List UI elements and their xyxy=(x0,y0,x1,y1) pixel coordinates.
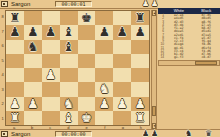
scroll-up-icon[interactable]: ▲ xyxy=(152,10,156,16)
square-h2[interactable]: ♟ xyxy=(131,97,149,111)
square-f8[interactable] xyxy=(95,11,113,25)
captured-black-pawn-icon: ♟ xyxy=(151,129,158,137)
square-d6[interactable]: ♝ xyxy=(60,40,78,54)
black-knight-b6[interactable]: ♞ xyxy=(24,40,42,54)
square-g7[interactable]: ♟ xyxy=(113,25,131,39)
mini-board-icon xyxy=(1,1,8,7)
square-a7[interactable]: ♟ xyxy=(6,25,24,39)
square-b4[interactable] xyxy=(24,68,42,82)
square-f6[interactable] xyxy=(95,40,113,54)
square-f7[interactable]: ♟ xyxy=(95,25,113,39)
square-e5[interactable] xyxy=(78,54,96,68)
square-h8[interactable]: ♜ xyxy=(131,11,149,25)
captured-black-pawn-icon: ♟ xyxy=(142,129,149,137)
square-c4[interactable]: ♟ xyxy=(42,68,60,82)
move-list-rows: 1e2-e4d7-d52e4xd5d8xd53d2-d3g8-f64d3-d4e… xyxy=(158,14,220,60)
black-pawn-c7[interactable]: ♟ xyxy=(42,25,60,39)
black-pawn-b7[interactable]: ♟ xyxy=(24,25,42,39)
square-f3[interactable]: ♞ xyxy=(95,82,113,96)
black-pawn-g7[interactable]: ♟ xyxy=(113,25,131,39)
square-g6[interactable] xyxy=(113,40,131,54)
white-king-e1[interactable]: ♚ xyxy=(78,111,96,125)
square-g4[interactable] xyxy=(113,68,131,82)
white-rook-a1[interactable]: ♜ xyxy=(6,111,24,125)
square-g1[interactable] xyxy=(113,111,131,125)
bottom-player-name: Sargon xyxy=(11,130,30,137)
scrollbar-thumb[interactable] xyxy=(152,106,156,116)
square-d4[interactable] xyxy=(60,68,78,82)
square-f2[interactable]: ♟ xyxy=(95,97,113,111)
square-a4[interactable] xyxy=(6,68,24,82)
captured-black-knight-icon: ♞ xyxy=(185,129,192,137)
top-player-clock: 00:00:01 xyxy=(55,1,92,7)
square-a1[interactable]: ♜ xyxy=(6,111,24,125)
white-knight-d2[interactable]: ♞ xyxy=(60,97,78,111)
square-e7[interactable] xyxy=(78,25,96,39)
white-pawn-b2[interactable]: ♟ xyxy=(24,97,42,111)
square-b5[interactable] xyxy=(24,54,42,68)
square-a2[interactable]: ♟ xyxy=(6,97,24,111)
captured-white-pawn-icon: ♟ xyxy=(142,0,149,9)
square-b6[interactable]: ♞ xyxy=(24,40,42,54)
square-e6[interactable] xyxy=(78,40,96,54)
square-b7[interactable]: ♟ xyxy=(24,25,42,39)
white-knight-f3[interactable]: ♞ xyxy=(95,82,113,96)
square-c2[interactable] xyxy=(42,97,60,111)
white-pawn-g2[interactable]: ♟ xyxy=(113,97,131,111)
square-e3[interactable] xyxy=(78,82,96,96)
square-h4[interactable] xyxy=(131,68,149,82)
square-h5[interactable] xyxy=(131,54,149,68)
top-player-name: Sargon xyxy=(11,0,30,9)
square-b3[interactable] xyxy=(24,82,42,96)
black-pawn-h7[interactable]: ♟ xyxy=(131,25,149,39)
vertical-scrollbar[interactable]: ▲ ▼ xyxy=(151,10,157,129)
square-d7[interactable]: ♝ xyxy=(60,25,78,39)
horizontal-scrollbar-thumb[interactable] xyxy=(195,61,217,65)
move-list-panel: White Black 1e2-e4d7-d52e4xd5d8xd53d2-d3… xyxy=(158,0,220,66)
square-c5[interactable] xyxy=(42,54,60,68)
captured-black-pieces-tray: ♟♟♞♛ xyxy=(138,130,218,137)
square-b2[interactable]: ♟ xyxy=(24,97,42,111)
black-bishop-d6[interactable]: ♝ xyxy=(60,40,78,54)
mini-board-icon xyxy=(1,131,8,137)
black-pawn-f7[interactable]: ♟ xyxy=(95,25,113,39)
white-pawn-c4[interactable]: ♟ xyxy=(42,68,60,82)
square-a8[interactable]: ♜ xyxy=(6,11,24,25)
square-a6[interactable] xyxy=(6,40,24,54)
square-g2[interactable]: ♟ xyxy=(113,97,131,111)
square-b1[interactable] xyxy=(24,111,42,125)
square-c1[interactable] xyxy=(42,111,60,125)
black-rook-h8[interactable]: ♜ xyxy=(131,11,149,25)
chess-app-window: Sargon 00:00:01 ♟♟♝♛ 87654321 ♜♚♜♟♟♟♝♟♟♟… xyxy=(0,0,220,137)
square-h3[interactable] xyxy=(131,82,149,96)
square-d1[interactable]: ♝ xyxy=(60,111,78,125)
square-g3[interactable] xyxy=(113,82,131,96)
white-pawn-a2[interactable]: ♟ xyxy=(6,97,24,111)
square-e8[interactable]: ♚ xyxy=(78,11,96,25)
square-e2[interactable] xyxy=(78,97,96,111)
white-rook-h1[interactable]: ♜ xyxy=(131,111,149,125)
square-a5[interactable] xyxy=(6,54,24,68)
black-bishop-d7[interactable]: ♝ xyxy=(60,25,78,39)
white-pawn-f2[interactable]: ♟ xyxy=(95,97,113,111)
black-king-e8[interactable]: ♚ xyxy=(78,11,96,25)
square-c7[interactable]: ♟ xyxy=(42,25,60,39)
square-c6[interactable] xyxy=(42,40,60,54)
white-pawn-h2[interactable]: ♟ xyxy=(131,97,149,111)
square-b8[interactable] xyxy=(24,11,42,25)
square-f1[interactable] xyxy=(95,111,113,125)
square-f4[interactable] xyxy=(95,68,113,82)
square-h1[interactable]: ♜ xyxy=(131,111,149,125)
square-h6[interactable] xyxy=(131,40,149,54)
square-e1[interactable]: ♚ xyxy=(78,111,96,125)
bottom-player-clock: 00:00:00 xyxy=(55,131,92,137)
square-h7[interactable]: ♟ xyxy=(131,25,149,39)
bottom-player-bar: Sargon 00:00:00 ♟♟♞♛ xyxy=(0,129,220,137)
square-g8[interactable] xyxy=(113,11,131,25)
black-rook-a8[interactable]: ♜ xyxy=(6,11,24,25)
square-e4[interactable] xyxy=(78,68,96,82)
square-g5[interactable] xyxy=(113,54,131,68)
square-d5[interactable] xyxy=(60,54,78,68)
chess-board[interactable]: ♜♚♜♟♟♟♝♟♟♟♞♝♟♞♟♟♞♟♟♟♜♝♚♜ xyxy=(5,10,150,126)
black-pawn-a7[interactable]: ♟ xyxy=(6,25,24,39)
square-c8[interactable] xyxy=(42,11,60,25)
square-d3[interactable] xyxy=(60,82,78,96)
square-d8[interactable] xyxy=(60,11,78,25)
square-c3[interactable] xyxy=(42,82,60,96)
white-bishop-d1[interactable]: ♝ xyxy=(60,111,78,125)
captured-black-queen-icon: ♛ xyxy=(205,129,212,137)
square-d2[interactable]: ♞ xyxy=(60,97,78,111)
horizontal-scrollbar[interactable] xyxy=(158,60,220,66)
square-f5[interactable] xyxy=(95,54,113,68)
square-a3[interactable] xyxy=(6,82,24,96)
